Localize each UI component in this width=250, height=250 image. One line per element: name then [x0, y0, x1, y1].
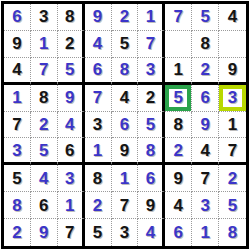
- cell-r2c5[interactable]: 5: [112, 31, 139, 58]
- cell-r1c1[interactable]: 6: [4, 4, 31, 31]
- cell-r6c4[interactable]: 1: [85, 138, 112, 165]
- cell-r7c5[interactable]: 1: [112, 165, 139, 192]
- cell-r8c5[interactable]: 7: [112, 192, 139, 219]
- cell-r2c3[interactable]: 2: [58, 31, 85, 58]
- cell-r5c4[interactable]: 3: [85, 112, 112, 139]
- cell-r6c5[interactable]: 9: [112, 138, 139, 165]
- cell-r7c7[interactable]: 9: [165, 165, 192, 192]
- cell-r1c3[interactable]: 8: [58, 4, 85, 31]
- cell-r9c5[interactable]: 3: [112, 219, 139, 246]
- cell-r9c3[interactable]: 7: [58, 219, 85, 246]
- cell-r5c5[interactable]: 6: [112, 112, 139, 139]
- cell-r4c8[interactable]: 6: [192, 85, 219, 112]
- cell-r2c7[interactable]: [165, 31, 192, 58]
- cell-r8c6[interactable]: 9: [138, 192, 165, 219]
- cell-r3c4[interactable]: 6: [85, 58, 112, 85]
- cell-r7c8[interactable]: 7: [192, 165, 219, 192]
- cell-r4c2[interactable]: 8: [31, 85, 58, 112]
- cell-r2c1[interactable]: 9: [4, 31, 31, 58]
- cell-r5c3[interactable]: 4: [58, 112, 85, 139]
- cell-r8c2[interactable]: 6: [31, 192, 58, 219]
- cell-r5c9[interactable]: 1: [219, 112, 246, 139]
- cell-r7c3[interactable]: 3: [58, 165, 85, 192]
- cell-r6c6[interactable]: 8: [138, 138, 165, 165]
- cell-r5c6[interactable]: 5: [138, 112, 165, 139]
- cell-r1c6[interactable]: 1: [138, 4, 165, 31]
- cell-r5c1[interactable]: 7: [4, 112, 31, 139]
- cell-r9c2[interactable]: 9: [31, 219, 58, 246]
- cell-r8c1[interactable]: 8: [4, 192, 31, 219]
- cell-r6c3[interactable]: 6: [58, 138, 85, 165]
- cell-r7c9[interactable]: 2: [219, 165, 246, 192]
- cell-r8c9[interactable]: 5: [219, 192, 246, 219]
- cell-r2c9[interactable]: [219, 31, 246, 58]
- cell-r9c1[interactable]: 2: [4, 219, 31, 246]
- cell-r4c3[interactable]: 9: [58, 85, 85, 112]
- cell-r1c7[interactable]: 7: [165, 4, 192, 31]
- sudoku-board: 6389217549124578475683129189742563724365…: [1, 1, 249, 249]
- cell-r1c2[interactable]: 3: [31, 4, 58, 31]
- cell-r9c9[interactable]: 8: [219, 219, 246, 246]
- cell-r6c2[interactable]: 5: [31, 138, 58, 165]
- cell-r5c7[interactable]: 8: [165, 112, 192, 139]
- cell-r3c2[interactable]: 7: [31, 58, 58, 85]
- cell-r2c8[interactable]: 8: [192, 31, 219, 58]
- cell-r7c6[interactable]: 6: [138, 165, 165, 192]
- cell-r3c3[interactable]: 5: [58, 58, 85, 85]
- cell-r6c9[interactable]: 7: [219, 138, 246, 165]
- cell-r4c9[interactable]: 3: [219, 85, 246, 112]
- cell-r1c9[interactable]: 4: [219, 4, 246, 31]
- cell-r6c8[interactable]: 4: [192, 138, 219, 165]
- cell-r4c4[interactable]: 7: [85, 85, 112, 112]
- cell-r4c7[interactable]: 5: [165, 85, 192, 112]
- cell-r2c2[interactable]: 1: [31, 31, 58, 58]
- cell-r7c2[interactable]: 4: [31, 165, 58, 192]
- cell-r4c6[interactable]: 2: [138, 85, 165, 112]
- cell-r5c2[interactable]: 2: [31, 112, 58, 139]
- cell-r9c4[interactable]: 5: [85, 219, 112, 246]
- cell-r7c1[interactable]: 5: [4, 165, 31, 192]
- sudoku-app: 6389217549124578475683129189742563724365…: [0, 0, 250, 250]
- cell-r8c8[interactable]: 3: [192, 192, 219, 219]
- cell-r3c9[interactable]: 9: [219, 58, 246, 85]
- cell-r6c7[interactable]: 2: [165, 138, 192, 165]
- cell-r3c6[interactable]: 3: [138, 58, 165, 85]
- cell-r4c1[interactable]: 1: [4, 85, 31, 112]
- cell-r1c8[interactable]: 5: [192, 4, 219, 31]
- cell-r2c4[interactable]: 4: [85, 31, 112, 58]
- cell-r6c1[interactable]: 3: [4, 138, 31, 165]
- cell-r3c7[interactable]: 1: [165, 58, 192, 85]
- cell-r9c8[interactable]: 1: [192, 219, 219, 246]
- cell-r8c3[interactable]: 1: [58, 192, 85, 219]
- cell-r1c4[interactable]: 9: [85, 4, 112, 31]
- cell-r7c4[interactable]: 8: [85, 165, 112, 192]
- cell-r5c8[interactable]: 9: [192, 112, 219, 139]
- cell-r1c5[interactable]: 2: [112, 4, 139, 31]
- cell-r3c8[interactable]: 2: [192, 58, 219, 85]
- cell-r8c4[interactable]: 2: [85, 192, 112, 219]
- cell-r9c7[interactable]: 6: [165, 219, 192, 246]
- cell-r2c6[interactable]: 7: [138, 31, 165, 58]
- cell-r3c1[interactable]: 4: [4, 58, 31, 85]
- cell-r3c5[interactable]: 8: [112, 58, 139, 85]
- cell-r9c6[interactable]: 4: [138, 219, 165, 246]
- cell-r4c5[interactable]: 4: [112, 85, 139, 112]
- cell-r8c7[interactable]: 4: [165, 192, 192, 219]
